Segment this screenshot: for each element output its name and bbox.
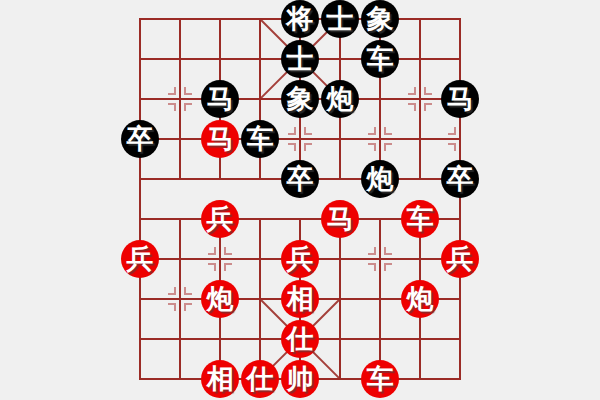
piece-red-兵[interactable]: 兵: [121, 240, 159, 278]
piece-black-卒[interactable]: 卒: [441, 160, 479, 198]
point-marker: [368, 143, 376, 151]
piece-red-马[interactable]: 马: [201, 120, 239, 158]
point-marker: [368, 263, 376, 271]
point-marker: [168, 103, 176, 111]
piece-black-象[interactable]: 象: [281, 80, 319, 118]
piece-red-帅[interactable]: 帅: [281, 360, 319, 398]
piece-black-马[interactable]: 马: [441, 80, 479, 118]
point-marker: [384, 263, 392, 271]
point-marker: [368, 127, 376, 135]
point-marker: [288, 127, 296, 135]
piece-red-仕[interactable]: 仕: [241, 360, 279, 398]
grid-line-vertical: [459, 18, 461, 380]
piece-black-炮[interactable]: 炮: [361, 160, 399, 198]
piece-red-仕[interactable]: 仕: [281, 320, 319, 358]
piece-red-车[interactable]: 车: [361, 360, 399, 398]
point-marker: [408, 87, 416, 95]
point-marker: [288, 143, 296, 151]
piece-red-兵[interactable]: 兵: [281, 240, 319, 278]
point-marker: [208, 263, 216, 271]
point-marker: [368, 247, 376, 255]
point-marker: [304, 127, 312, 135]
xiangqi-board: 将士象士车马象炮马卒马车卒炮卒兵马车兵兵兵炮相炮仕相仕帅车: [0, 0, 600, 400]
point-marker: [168, 87, 176, 95]
piece-red-炮[interactable]: 炮: [201, 280, 239, 318]
piece-black-士[interactable]: 士: [321, 0, 359, 38]
piece-black-将[interactable]: 将: [281, 0, 319, 38]
point-marker: [208, 247, 216, 255]
grid-line-vertical: [179, 218, 181, 380]
piece-red-炮[interactable]: 炮: [401, 280, 439, 318]
grid-line-vertical: [419, 18, 421, 180]
point-marker: [424, 87, 432, 95]
grid-line-vertical: [139, 18, 141, 380]
point-marker: [408, 103, 416, 111]
app-background: 将士象士车马象炮马卒马车卒炮卒兵马车兵兵兵炮相炮仕相仕帅车: [0, 0, 600, 400]
point-marker: [184, 87, 192, 95]
point-marker: [448, 127, 456, 135]
piece-red-马[interactable]: 马: [321, 200, 359, 238]
piece-red-车[interactable]: 车: [401, 200, 439, 238]
piece-black-炮[interactable]: 炮: [321, 80, 359, 118]
grid-line-vertical: [179, 18, 181, 180]
point-marker: [384, 143, 392, 151]
piece-black-卒[interactable]: 卒: [281, 160, 319, 198]
grid-line-vertical: [379, 218, 381, 380]
piece-black-车[interactable]: 车: [361, 40, 399, 78]
point-marker: [384, 247, 392, 255]
point-marker: [448, 143, 456, 151]
point-marker: [224, 247, 232, 255]
piece-black-车[interactable]: 车: [241, 120, 279, 158]
point-marker: [184, 287, 192, 295]
point-marker: [184, 303, 192, 311]
point-marker: [224, 263, 232, 271]
point-marker: [384, 127, 392, 135]
point-marker: [424, 103, 432, 111]
piece-red-相[interactable]: 相: [201, 360, 239, 398]
point-marker: [168, 303, 176, 311]
piece-red-相[interactable]: 相: [281, 280, 319, 318]
piece-black-马[interactable]: 马: [201, 80, 239, 118]
piece-black-卒[interactable]: 卒: [121, 120, 159, 158]
point-marker: [304, 143, 312, 151]
piece-black-象[interactable]: 象: [361, 0, 399, 38]
piece-black-士[interactable]: 士: [281, 40, 319, 78]
point-marker: [184, 103, 192, 111]
piece-red-兵[interactable]: 兵: [201, 200, 239, 238]
point-marker: [168, 287, 176, 295]
piece-red-兵[interactable]: 兵: [441, 240, 479, 278]
